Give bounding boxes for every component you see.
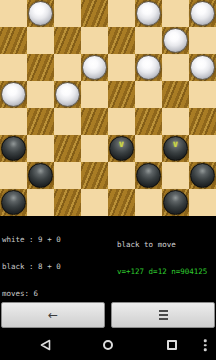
black-piece[interactable] [28, 163, 53, 188]
square-4-0 [0, 108, 27, 135]
square-4-6 [162, 108, 189, 135]
square-4-4 [108, 108, 135, 135]
toolbar: ← [0, 302, 216, 328]
square-3-7 [189, 81, 216, 108]
square-6-6 [162, 162, 189, 189]
square-3-4[interactable] [108, 81, 135, 108]
square-2-7[interactable] [189, 54, 216, 81]
square-2-6 [162, 54, 189, 81]
white-piece[interactable] [136, 55, 161, 80]
square-7-0[interactable] [0, 189, 27, 216]
square-2-3[interactable] [81, 54, 108, 81]
checkers-board: ∨∨ [0, 0, 216, 216]
square-0-2 [54, 0, 81, 27]
nav-back-icon[interactable] [39, 339, 51, 351]
square-3-5 [135, 81, 162, 108]
square-3-1 [27, 81, 54, 108]
status-panel: white : 9 + 0 black : 8 + 0 moves: 6 bla… [0, 216, 216, 248]
square-2-0 [0, 54, 27, 81]
menu-button[interactable] [111, 302, 215, 328]
square-5-6[interactable]: ∨ [162, 135, 189, 162]
black-piece[interactable]: ∨ [163, 136, 188, 161]
square-7-7 [189, 189, 216, 216]
white-piece[interactable] [1, 82, 26, 107]
black-piece[interactable] [136, 163, 161, 188]
square-6-5[interactable] [135, 162, 162, 189]
square-5-3 [81, 135, 108, 162]
square-6-3[interactable] [81, 162, 108, 189]
black-count: black : 8 + 0 [2, 262, 61, 271]
square-5-0[interactable] [0, 135, 27, 162]
white-piece[interactable] [163, 28, 188, 53]
square-6-0 [0, 162, 27, 189]
square-1-6[interactable] [162, 27, 189, 54]
move-count: moves: 6 [2, 289, 61, 298]
white-piece[interactable] [28, 1, 53, 26]
square-2-4 [108, 54, 135, 81]
square-3-0[interactable] [0, 81, 27, 108]
square-2-2 [54, 54, 81, 81]
square-1-5 [135, 27, 162, 54]
square-0-4 [108, 0, 135, 27]
white-piece[interactable] [190, 55, 215, 80]
square-5-7 [189, 135, 216, 162]
square-5-1 [27, 135, 54, 162]
square-7-5 [135, 189, 162, 216]
square-0-3[interactable] [81, 0, 108, 27]
square-3-3 [81, 81, 108, 108]
square-6-7[interactable] [189, 162, 216, 189]
square-2-5[interactable] [135, 54, 162, 81]
square-7-1 [27, 189, 54, 216]
square-5-2[interactable] [54, 135, 81, 162]
white-piece[interactable] [136, 1, 161, 26]
square-4-3[interactable] [81, 108, 108, 135]
square-1-7 [189, 27, 216, 54]
square-5-5 [135, 135, 162, 162]
square-5-4[interactable]: ∨ [108, 135, 135, 162]
undo-back-button[interactable]: ← [1, 302, 105, 328]
white-piece[interactable] [55, 82, 80, 107]
back-arrow-icon: ← [48, 309, 58, 321]
square-1-2[interactable] [54, 27, 81, 54]
square-0-0 [0, 0, 27, 27]
square-7-2[interactable] [54, 189, 81, 216]
engine-search-stats: v=+127 d=12 n=904125 [117, 267, 207, 276]
square-0-7[interactable] [189, 0, 216, 27]
square-4-5[interactable] [135, 108, 162, 135]
black-piece[interactable]: ∨ [109, 136, 134, 161]
square-0-1[interactable] [27, 0, 54, 27]
square-4-1[interactable] [27, 108, 54, 135]
turn-indicator: black to move [117, 240, 207, 249]
square-0-6 [162, 0, 189, 27]
square-7-4[interactable] [108, 189, 135, 216]
square-2-1[interactable] [27, 54, 54, 81]
black-piece[interactable] [1, 190, 26, 215]
black-piece[interactable] [190, 163, 215, 188]
square-7-6[interactable] [162, 189, 189, 216]
android-navbar [0, 330, 216, 360]
square-6-1[interactable] [27, 162, 54, 189]
square-6-4 [108, 162, 135, 189]
square-1-3 [81, 27, 108, 54]
square-4-7[interactable] [189, 108, 216, 135]
square-3-6[interactable] [162, 81, 189, 108]
square-3-2[interactable] [54, 81, 81, 108]
square-1-1 [27, 27, 54, 54]
square-0-5[interactable] [135, 0, 162, 27]
nav-home-icon[interactable] [103, 340, 113, 350]
square-1-0[interactable] [0, 27, 27, 54]
black-piece[interactable] [1, 136, 26, 161]
square-7-3 [81, 189, 108, 216]
white-piece[interactable] [190, 1, 215, 26]
black-piece[interactable] [163, 190, 188, 215]
square-6-2 [54, 162, 81, 189]
square-1-4[interactable] [108, 27, 135, 54]
move-highlight-mark: ∨ [172, 140, 179, 149]
square-4-2 [54, 108, 81, 135]
move-highlight-mark: ∨ [118, 140, 125, 149]
hamburger-menu-icon [159, 310, 168, 320]
white-piece[interactable] [82, 55, 107, 80]
white-count: white : 9 + 0 [2, 235, 61, 244]
engine-info: black to move v=+127 d=12 n=904125 [117, 222, 207, 294]
nav-overflow-menu-icon[interactable] [204, 339, 207, 351]
nav-recents-icon[interactable] [167, 340, 177, 350]
